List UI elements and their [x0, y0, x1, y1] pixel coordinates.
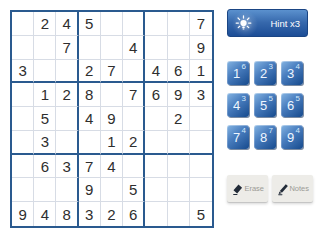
numpad-digit: 2: [260, 67, 267, 80]
sudoku-cell-r2c1[interactable]: [12, 36, 34, 60]
remaining-count: 3: [242, 95, 246, 103]
sudoku-cell-r2c8[interactable]: [168, 36, 190, 60]
numpad-button-5[interactable]: 55: [254, 93, 276, 117]
sudoku-cell-r9c7[interactable]: [145, 202, 167, 226]
sudoku-cell-r7c1[interactable]: [12, 155, 34, 179]
numpad-digit: 6: [287, 99, 294, 112]
sudoku-cell-r3c8[interactable]: 6: [168, 60, 190, 84]
remaining-count: 6: [242, 63, 246, 71]
remaining-count: 3: [269, 63, 273, 71]
sudoku-cell-r1c2[interactable]: 2: [34, 12, 56, 36]
erase-button[interactable]: Erase: [227, 175, 268, 202]
numpad-button-2[interactable]: 23: [254, 61, 276, 85]
sudoku-cell-r9c8[interactable]: [168, 202, 190, 226]
sudoku-cell-r1c7[interactable]: [145, 12, 167, 36]
numpad-button-4[interactable]: 43: [227, 93, 249, 117]
sudoku-cell-r9c3[interactable]: 8: [56, 202, 78, 226]
sudoku-cell-r1c9[interactable]: 7: [190, 12, 212, 36]
sudoku-cell-r2c6[interactable]: 4: [123, 36, 145, 60]
hint-button[interactable]: Hint x3: [227, 9, 308, 37]
remaining-count: 5: [269, 95, 273, 103]
notes-button-label: Notes: [289, 184, 309, 193]
numpad: 162334435565748794: [227, 61, 303, 149]
sudoku-cell-r5c9[interactable]: [190, 107, 212, 131]
sudoku-cell-r7c6[interactable]: [123, 155, 145, 179]
notes-button[interactable]: Notes: [272, 175, 313, 202]
sudoku-cell-r6c5[interactable]: 1: [101, 131, 123, 155]
sudoku-cell-r4c4[interactable]: 8: [79, 83, 101, 107]
sudoku-cell-r1c1[interactable]: [12, 12, 34, 36]
sudoku-cell-r5c6[interactable]: [123, 107, 145, 131]
sudoku-cell-r5c2[interactable]: 5: [34, 107, 56, 131]
hint-button-label: Hint x3: [270, 18, 307, 29]
pencil-icon: [276, 182, 289, 196]
sudoku-cell-r6c7[interactable]: [145, 131, 167, 155]
sudoku-cell-r4c9[interactable]: 3: [190, 83, 212, 107]
remaining-count: 4: [242, 127, 246, 135]
eraser-icon: [231, 182, 244, 196]
sudoku-cell-r3c1[interactable]: 3: [12, 60, 34, 84]
lightbulb-icon: [235, 15, 252, 32]
sudoku-cell-r5c8[interactable]: 2: [168, 107, 190, 131]
numpad-digit: 8: [260, 131, 267, 144]
numpad-button-9[interactable]: 94: [281, 125, 303, 149]
sudoku-cell-r3c6[interactable]: [123, 60, 145, 84]
numpad-button-8[interactable]: 87: [254, 125, 276, 149]
sudoku-cell-r3c3[interactable]: [56, 60, 78, 84]
sudoku-cell-r2c2[interactable]: [34, 36, 56, 60]
sudoku-cell-r5c1[interactable]: [12, 107, 34, 131]
sudoku-cell-r5c3[interactable]: [56, 107, 78, 131]
sudoku-cell-r8c2[interactable]: [34, 178, 56, 202]
sudoku-cell-r6c3[interactable]: [56, 131, 78, 155]
sudoku-cell-r8c6[interactable]: 5: [123, 178, 145, 202]
sudoku-cell-r8c7[interactable]: [145, 178, 167, 202]
sudoku-cell-r4c5[interactable]: [101, 83, 123, 107]
remaining-count: 7: [269, 127, 273, 135]
sudoku-cell-r5c4[interactable]: 4: [79, 107, 101, 131]
sudoku-cell-r1c3[interactable]: 4: [56, 12, 78, 36]
sudoku-cell-r6c1[interactable]: [12, 131, 34, 155]
sudoku-cell-r7c5[interactable]: 4: [101, 155, 123, 179]
sudoku-cell-r8c5[interactable]: [101, 178, 123, 202]
sudoku-cell-r6c8[interactable]: [168, 131, 190, 155]
sudoku-cell-r7c9[interactable]: [190, 155, 212, 179]
sudoku-cell-r7c8[interactable]: [168, 155, 190, 179]
sudoku-cell-r2c5[interactable]: [101, 36, 123, 60]
sudoku-cell-r4c7[interactable]: 6: [145, 83, 167, 107]
sudoku-cell-r7c3[interactable]: 3: [56, 155, 78, 179]
sudoku-cell-r4c1[interactable]: [12, 83, 34, 107]
sudoku-cell-r1c6[interactable]: [123, 12, 145, 36]
sudoku-cell-r8c3[interactable]: [56, 178, 78, 202]
sudoku-cell-r6c6[interactable]: 2: [123, 131, 145, 155]
sudoku-cell-r4c6[interactable]: 7: [123, 83, 145, 107]
sudoku-cell-r7c4[interactable]: 7: [79, 155, 101, 179]
numpad-button-7[interactable]: 74: [227, 125, 249, 149]
numpad-digit: 7: [233, 131, 240, 144]
sudoku-cell-r9c9[interactable]: 5: [190, 202, 212, 226]
sudoku-cell-r7c2[interactable]: 6: [34, 155, 56, 179]
sudoku-cell-r9c6[interactable]: 6: [123, 202, 145, 226]
sudoku-cell-r5c5[interactable]: 9: [101, 107, 123, 131]
numpad-button-1[interactable]: 16: [227, 61, 249, 85]
sudoku-cell-r1c4[interactable]: 5: [79, 12, 101, 36]
numpad-digit: 1: [233, 67, 240, 80]
remaining-count: 5: [296, 95, 300, 103]
sudoku-cell-r2c3[interactable]: 7: [56, 36, 78, 60]
sudoku-cell-r8c1[interactable]: [12, 178, 34, 202]
sudoku-cell-r3c9[interactable]: 1: [190, 60, 212, 84]
sudoku-cell-r3c4[interactable]: 2: [79, 60, 101, 84]
sudoku-cell-r6c4[interactable]: [79, 131, 101, 155]
sudoku-cell-r8c4[interactable]: 9: [79, 178, 101, 202]
sudoku-cell-r4c8[interactable]: 9: [168, 83, 190, 107]
sudoku-cell-r3c5[interactable]: 7: [101, 60, 123, 84]
sudoku-cell-r4c2[interactable]: 1: [34, 83, 56, 107]
remaining-count: 4: [296, 63, 300, 71]
sudoku-cell-r9c5[interactable]: 2: [101, 202, 123, 226]
sudoku-cell-r2c9[interactable]: 9: [190, 36, 212, 60]
sudoku-cell-r6c9[interactable]: [190, 131, 212, 155]
numpad-button-3[interactable]: 34: [281, 61, 303, 85]
erase-button-label: Erase: [244, 184, 264, 193]
numpad-digit: 5: [260, 99, 267, 112]
sudoku-cell-r9c4[interactable]: 3: [79, 202, 101, 226]
sudoku-cell-r8c9[interactable]: [190, 178, 212, 202]
sudoku-cell-r9c2[interactable]: 4: [34, 202, 56, 226]
numpad-digit: 9: [287, 131, 294, 144]
sudoku-cell-r6c2[interactable]: 3: [34, 131, 56, 155]
sudoku-board: 2457749327461128769354923126374959483265: [10, 10, 214, 228]
numpad-digit: 4: [233, 99, 240, 112]
numpad-digit: 3: [287, 67, 294, 80]
numpad-button-6[interactable]: 65: [281, 93, 303, 117]
remaining-count: 4: [296, 127, 300, 135]
sudoku-cell-r2c4[interactable]: [79, 36, 101, 60]
sudoku-cell-r4c3[interactable]: 2: [56, 83, 78, 107]
sudoku-cell-r3c7[interactable]: 4: [145, 60, 167, 84]
sudoku-cell-r1c5[interactable]: [101, 12, 123, 36]
sudoku-cell-r8c8[interactable]: [168, 178, 190, 202]
sudoku-cell-r9c1[interactable]: 9: [12, 202, 34, 226]
sudoku-cell-r7c7[interactable]: [145, 155, 167, 179]
sudoku-cell-r1c8[interactable]: [168, 12, 190, 36]
sudoku-cell-r5c7[interactable]: [145, 107, 167, 131]
sudoku-cell-r2c7[interactable]: [145, 36, 167, 60]
sudoku-cell-r3c2[interactable]: [34, 60, 56, 84]
